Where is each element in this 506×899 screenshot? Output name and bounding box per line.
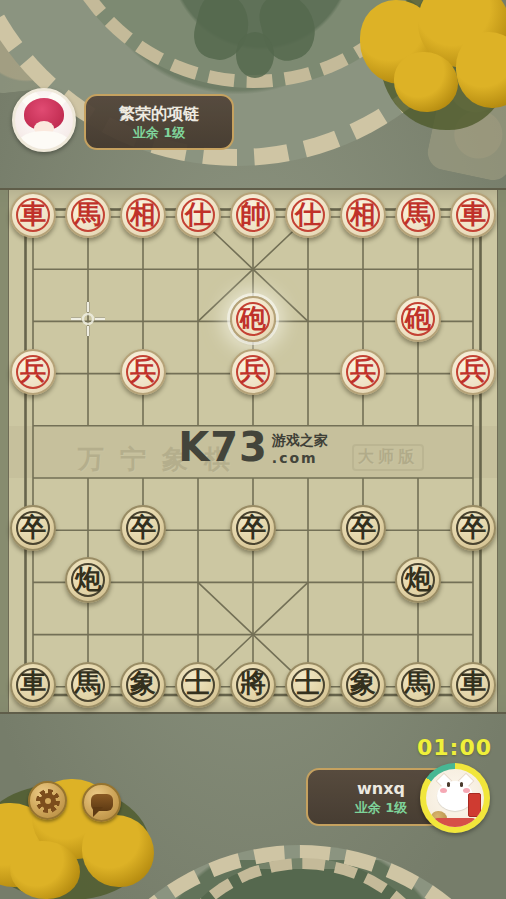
- piece-red-兵[interactable]: 兵: [340, 349, 386, 395]
- piece-black-象[interactable]: 象: [120, 662, 166, 708]
- move-timer: 01:00: [402, 735, 492, 760]
- piece-red-相[interactable]: 相: [340, 192, 386, 238]
- piece-red-兵[interactable]: 兵: [230, 349, 276, 395]
- avatar-hood: [19, 131, 69, 152]
- move-origin-crosshair-icon: [69, 300, 107, 338]
- piece-black-士[interactable]: 士: [285, 662, 331, 708]
- piece-red-兵[interactable]: 兵: [450, 349, 496, 395]
- piece-black-卒[interactable]: 卒: [450, 505, 496, 551]
- piece-black-車[interactable]: 車: [450, 662, 496, 708]
- player-avatar-bottom[interactable]: [420, 763, 490, 833]
- chat-bubble-icon: [91, 794, 113, 811]
- xiangqi-board[interactable]: 万宁象棋 大师版 K73 游戏之家 .com: [0, 188, 506, 714]
- player-rank-top: 业余 1级: [133, 124, 186, 141]
- piece-red-兵[interactable]: 兵: [10, 349, 56, 395]
- player-panel-top[interactable]: 繁荣的项链 业余 1级: [84, 94, 234, 150]
- player-rank-bottom: 业余 1级: [355, 799, 408, 816]
- piece-black-馬[interactable]: 馬: [395, 662, 441, 708]
- piece-black-卒[interactable]: 卒: [340, 505, 386, 551]
- piece-red-相[interactable]: 相: [120, 192, 166, 238]
- piece-black-卒[interactable]: 卒: [230, 505, 276, 551]
- lucky-tag: [468, 793, 481, 817]
- piece-red-仕[interactable]: 仕: [175, 192, 221, 238]
- lucky-cat-avatar: [426, 769, 484, 827]
- piece-red-車[interactable]: 車: [10, 192, 56, 238]
- player-avatar-top[interactable]: [12, 88, 76, 152]
- gear-icon: [36, 789, 60, 813]
- piece-black-卒[interactable]: 卒: [10, 505, 56, 551]
- piece-black-卒[interactable]: 卒: [120, 505, 166, 551]
- piece-red-馬[interactable]: 馬: [65, 192, 111, 238]
- player-name-bottom: wnxq: [357, 779, 405, 799]
- piece-red-馬[interactable]: 馬: [395, 192, 441, 238]
- piece-black-將[interactable]: 將: [230, 662, 276, 708]
- game-screen: 万宁象棋 大师版 K73 游戏之家 .com 車馬相仕帥仕相馬車砲砲兵兵兵兵兵卒…: [0, 0, 506, 899]
- settings-button[interactable]: [28, 781, 67, 820]
- piece-black-馬[interactable]: 馬: [65, 662, 111, 708]
- piece-black-車[interactable]: 車: [10, 662, 56, 708]
- piece-red-仕[interactable]: 仕: [285, 192, 331, 238]
- tree-top-right: [360, 0, 506, 140]
- player-name-top: 繁荣的项链: [119, 104, 199, 124]
- piece-red-車[interactable]: 車: [450, 192, 496, 238]
- arch-carving: [236, 32, 274, 78]
- piece-red-帥[interactable]: 帥: [230, 192, 276, 238]
- piece-black-象[interactable]: 象: [340, 662, 386, 708]
- piece-black-士[interactable]: 士: [175, 662, 221, 708]
- board-grid: [0, 190, 506, 716]
- chat-button[interactable]: [82, 783, 121, 822]
- piece-red-兵[interactable]: 兵: [120, 349, 166, 395]
